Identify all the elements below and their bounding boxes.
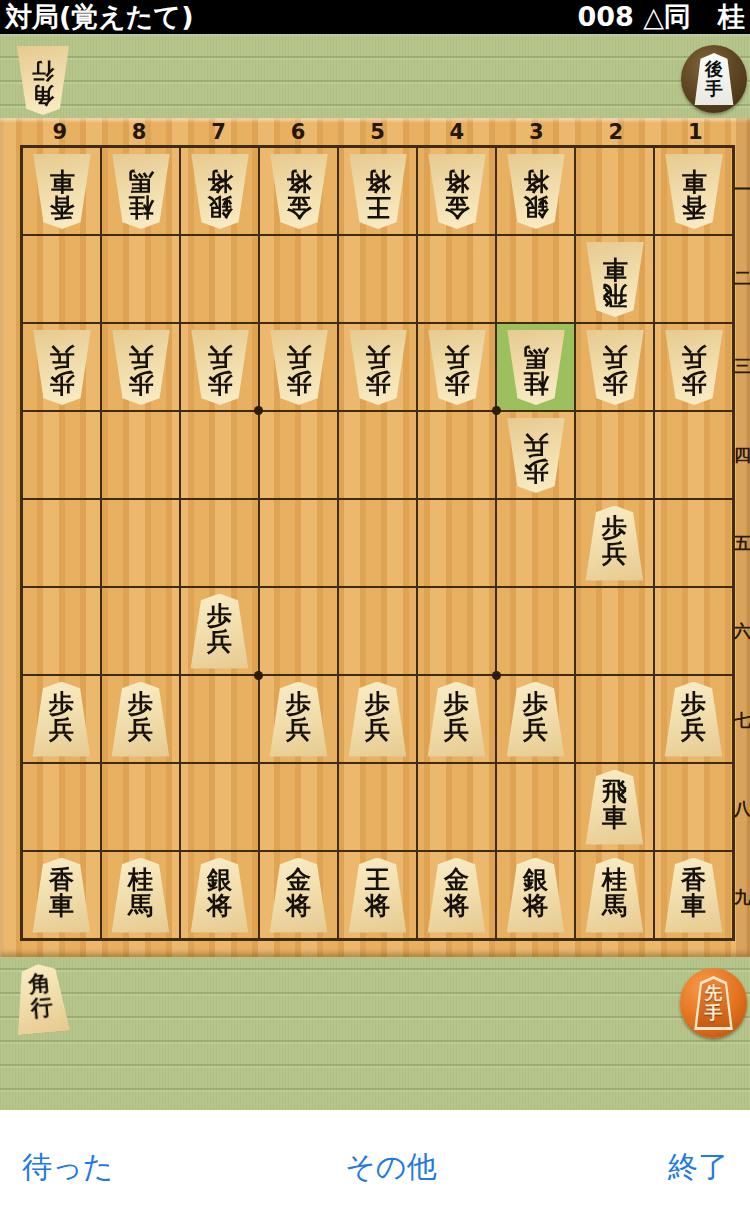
piece-kanji-char: 歩: [365, 370, 390, 396]
rank-label-2: 二: [734, 267, 750, 290]
sente-piece-歩兵-76[interactable]: 歩兵: [188, 594, 252, 669]
piece-kanji-char: 行: [32, 59, 54, 83]
piece-kanji-char: 飛: [602, 779, 627, 805]
gote-piece-桂馬-81[interactable]: 桂馬: [109, 154, 173, 229]
file-label-4: 4: [417, 120, 496, 144]
rank-label-5: 五: [734, 532, 750, 555]
square-4-9[interactable]: 金将: [417, 851, 496, 939]
piece-kanji-char: 香: [49, 867, 74, 893]
gote-piece-歩兵-63[interactable]: 歩兵: [267, 330, 331, 405]
gote-piece-香車-91[interactable]: 香車: [30, 154, 94, 229]
quit-button[interactable]: 終了: [668, 1147, 728, 1188]
app-screen: 対局(覚えたて) 008 △同 桂 角行 後手 角行 先手 987654321 …: [0, 0, 750, 1211]
gote-player-badge: 後手: [681, 45, 747, 113]
board-grid: 香車桂馬銀将金将王将金将銀将香車飛車歩兵歩兵歩兵歩兵歩兵歩兵桂馬歩兵歩兵歩兵歩兵…: [20, 145, 735, 941]
square-9-9[interactable]: 香車: [22, 851, 101, 939]
gote-hand-piece-bishop[interactable]: 角行: [14, 46, 72, 115]
piece-kanji-char: 後: [705, 59, 723, 79]
gote-piece-金将-41[interactable]: 金将: [425, 154, 489, 229]
square-1-2[interactable]: [654, 235, 733, 323]
square-8-1[interactable]: 桂馬: [101, 147, 180, 235]
piece-kanji-char: 兵: [523, 432, 548, 458]
undo-button[interactable]: 待った: [22, 1147, 113, 1188]
sente-piece-香車-19[interactable]: 香車: [662, 858, 726, 933]
square-9-6[interactable]: [22, 587, 101, 675]
square-6-6[interactable]: [259, 587, 338, 675]
piece-kanji-char: 香: [49, 194, 74, 220]
piece-kanji-char: 桂: [523, 370, 548, 396]
piece-kanji-char: 歩: [128, 691, 153, 717]
square-5-6[interactable]: [338, 587, 417, 675]
square-5-9[interactable]: 王将: [338, 851, 417, 939]
file-label-2: 2: [576, 120, 655, 144]
square-6-9[interactable]: 金将: [259, 851, 338, 939]
piece-kanji-char: 金: [444, 194, 469, 220]
piece-kanji-char: 銀: [523, 867, 548, 893]
piece-kanji-char: 兵: [365, 344, 390, 370]
piece-kanji-char: 兵: [365, 717, 390, 743]
square-2-3[interactable]: 歩兵: [575, 323, 654, 411]
file-labels-row: 987654321: [20, 120, 735, 144]
piece-kanji-char: 王: [365, 867, 390, 893]
piece-kanji-char: 歩: [365, 691, 390, 717]
square-5-2[interactable]: [338, 235, 417, 323]
square-1-5[interactable]: [654, 499, 733, 587]
piece-kanji-char: 金: [286, 194, 311, 220]
square-4-1[interactable]: 金将: [417, 147, 496, 235]
piece-kanji-char: 銀: [523, 194, 548, 220]
square-6-5[interactable]: [259, 499, 338, 587]
gote-piece-飛車-22[interactable]: 飛車: [583, 242, 647, 317]
square-7-1[interactable]: 銀将: [180, 147, 259, 235]
piece-kanji-char: 手: [705, 79, 723, 99]
gote-piece-銀将-71[interactable]: 銀将: [188, 154, 252, 229]
square-2-1[interactable]: [575, 147, 654, 235]
piece-kanji-char: 兵: [444, 717, 469, 743]
square-3-6[interactable]: [496, 587, 575, 675]
square-1-1[interactable]: 香車: [654, 147, 733, 235]
square-9-5[interactable]: [22, 499, 101, 587]
sente-hand-piece-bishop[interactable]: 角行: [9, 962, 73, 1036]
rank-label-8: 八: [734, 797, 750, 820]
gote-piece-金将-61[interactable]: 金将: [267, 154, 331, 229]
piece-kanji-char: 歩: [286, 691, 311, 717]
sente-piece-歩兵-25[interactable]: 歩兵: [583, 506, 647, 581]
square-6-2[interactable]: [259, 235, 338, 323]
piece-kanji-char: 飛: [602, 282, 627, 308]
piece-kanji-char: 王: [365, 194, 390, 220]
square-2-7[interactable]: [575, 675, 654, 763]
square-2-2[interactable]: 飛車: [575, 235, 654, 323]
piece-kanji-char: 行: [30, 995, 54, 1021]
gote-piece-香車-11[interactable]: 香車: [662, 154, 726, 229]
piece-kanji-char: 歩: [207, 603, 232, 629]
piece-kanji-char: 歩: [681, 370, 706, 396]
square-7-3[interactable]: 歩兵: [180, 323, 259, 411]
square-7-7[interactable]: [180, 675, 259, 763]
square-4-5[interactable]: [417, 499, 496, 587]
square-7-6[interactable]: 歩兵: [180, 587, 259, 675]
square-9-2[interactable]: [22, 235, 101, 323]
square-5-5[interactable]: [338, 499, 417, 587]
square-1-7[interactable]: 歩兵: [654, 675, 733, 763]
square-5-8[interactable]: [338, 763, 417, 851]
square-1-3[interactable]: 歩兵: [654, 323, 733, 411]
square-8-2[interactable]: [101, 235, 180, 323]
square-7-4[interactable]: [180, 411, 259, 499]
square-3-1[interactable]: 銀将: [496, 147, 575, 235]
square-4-3[interactable]: 歩兵: [417, 323, 496, 411]
square-7-9[interactable]: 銀将: [180, 851, 259, 939]
piece-kanji-char: 馬: [128, 168, 153, 194]
square-9-1[interactable]: 香車: [22, 147, 101, 235]
piece-kanji-char: 車: [49, 168, 74, 194]
piece-kanji-char: 車: [681, 168, 706, 194]
square-2-9[interactable]: 桂馬: [575, 851, 654, 939]
square-9-7[interactable]: 歩兵: [22, 675, 101, 763]
file-label-1: 1: [656, 120, 735, 144]
piece-kanji-char: 歩: [523, 691, 548, 717]
sente-piece-歩兵-67[interactable]: 歩兵: [267, 682, 331, 757]
sente-piece-銀将-39[interactable]: 銀将: [504, 858, 568, 933]
piece-kanji-char: 車: [49, 893, 74, 919]
sente-piece-銀将-79[interactable]: 銀将: [188, 858, 252, 933]
piece-kanji-char: 馬: [128, 893, 153, 919]
square-2-5[interactable]: 歩兵: [575, 499, 654, 587]
square-2-6[interactable]: [575, 587, 654, 675]
square-8-7[interactable]: 歩兵: [101, 675, 180, 763]
square-4-2[interactable]: [417, 235, 496, 323]
gote-badge-piece-shape: 後手: [693, 53, 735, 105]
square-5-1[interactable]: 王将: [338, 147, 417, 235]
piece-kanji-char: 桂: [128, 194, 153, 220]
square-6-7[interactable]: 歩兵: [259, 675, 338, 763]
piece-kanji-char: 歩: [602, 515, 627, 541]
square-7-8[interactable]: [180, 763, 259, 851]
piece-kanji-char: 兵: [681, 717, 706, 743]
piece-kanji-char: 歩: [286, 370, 311, 396]
file-label-3: 3: [497, 120, 576, 144]
square-6-4[interactable]: [259, 411, 338, 499]
square-8-3[interactable]: 歩兵: [101, 323, 180, 411]
piece-kanji-char: 兵: [602, 541, 627, 567]
sente-piece-香車-99[interactable]: 香車: [30, 858, 94, 933]
piece-kanji-char: 桂: [128, 867, 153, 893]
piece-kanji-char: 将: [523, 893, 548, 919]
file-label-5: 5: [338, 120, 417, 144]
piece-kanji-char: 将: [444, 893, 469, 919]
piece-kanji-char: 角: [32, 83, 54, 107]
piece-kanji-char: 歩: [602, 370, 627, 396]
piece-kanji-char: 兵: [523, 717, 548, 743]
square-8-5[interactable]: [101, 499, 180, 587]
rank-label-6: 六: [734, 620, 750, 643]
sente-piece-歩兵-37[interactable]: 歩兵: [504, 682, 568, 757]
square-3-9[interactable]: 銀将: [496, 851, 575, 939]
shogi-board: 987654321 香車桂馬銀将金将王将金将銀将香車飛車歩兵歩兵歩兵歩兵歩兵歩兵…: [0, 118, 750, 957]
square-3-3[interactable]: 桂馬: [496, 323, 575, 411]
piece-kanji-char: 将: [207, 168, 232, 194]
square-1-6[interactable]: [654, 587, 733, 675]
square-8-6[interactable]: [101, 587, 180, 675]
piece-kanji-char: 馬: [602, 893, 627, 919]
piece-kanji-char: 兵: [286, 344, 311, 370]
piece-kanji-char: 車: [681, 893, 706, 919]
piece-kanji-char: 歩: [49, 691, 74, 717]
toolbar-row: 待った その他 終了: [0, 1145, 750, 1189]
gote-piece-銀将-31[interactable]: 銀将: [504, 154, 568, 229]
gote-piece-歩兵-53[interactable]: 歩兵: [346, 330, 410, 405]
rank-label-4: 四: [734, 444, 750, 467]
square-4-8[interactable]: [417, 763, 496, 851]
rank-label-7: 七: [734, 709, 750, 732]
square-3-5[interactable]: [496, 499, 575, 587]
piece-kanji-char: 手: [705, 1003, 723, 1023]
move-counter-display: 008 △同 桂: [577, 0, 745, 35]
sente-piece-歩兵-57[interactable]: 歩兵: [346, 682, 410, 757]
sente-badge-piece-shape: 先手: [693, 976, 735, 1030]
sente-piece-桂馬-89[interactable]: 桂馬: [109, 858, 173, 933]
piece-kanji-char: 歩: [207, 370, 232, 396]
piece-kanji-char: 銀: [207, 867, 232, 893]
square-2-4[interactable]: [575, 411, 654, 499]
hoshi-dot: [254, 671, 263, 680]
file-label-6: 6: [258, 120, 337, 144]
piece-kanji-char: 歩: [444, 691, 469, 717]
square-1-9[interactable]: 香車: [654, 851, 733, 939]
piece-kanji-char: 歩: [49, 370, 74, 396]
piece-kanji-char: 歩: [444, 370, 469, 396]
piece-kanji-char: 兵: [602, 344, 627, 370]
sente-piece-金将-69[interactable]: 金将: [267, 858, 331, 933]
piece-kanji-char: 兵: [444, 344, 469, 370]
piece-kanji-char: 歩: [128, 370, 153, 396]
gote-piece-歩兵-83[interactable]: 歩兵: [109, 330, 173, 405]
gote-piece-歩兵-34[interactable]: 歩兵: [504, 418, 568, 493]
sente-piece-飛車-28[interactable]: 飛車: [583, 770, 647, 845]
square-8-9[interactable]: 桂馬: [101, 851, 180, 939]
gote-piece-歩兵-73[interactable]: 歩兵: [188, 330, 252, 405]
rank-label-1: 一: [734, 178, 750, 201]
sente-piece-歩兵-87[interactable]: 歩兵: [109, 682, 173, 757]
square-7-5[interactable]: [180, 499, 259, 587]
piece-kanji-char: 車: [602, 805, 627, 831]
piece-kanji-char: 兵: [49, 344, 74, 370]
square-5-3[interactable]: 歩兵: [338, 323, 417, 411]
piece-kanji-char: 兵: [128, 344, 153, 370]
piece-kanji-char: 車: [602, 256, 627, 282]
piece-kanji-char: 馬: [523, 344, 548, 370]
square-7-2[interactable]: [180, 235, 259, 323]
gote-piece-歩兵-23[interactable]: 歩兵: [583, 330, 647, 405]
gote-piece-歩兵-93[interactable]: 歩兵: [30, 330, 94, 405]
piece-kanji-char: 兵: [286, 717, 311, 743]
sente-piece-王将-59[interactable]: 王将: [346, 858, 410, 933]
sente-piece-歩兵-97[interactable]: 歩兵: [30, 682, 94, 757]
piece-kanji-char: 香: [681, 194, 706, 220]
square-3-4[interactable]: 歩兵: [496, 411, 575, 499]
sente-piece-歩兵-17[interactable]: 歩兵: [662, 682, 726, 757]
sente-piece-桂馬-29[interactable]: 桂馬: [583, 858, 647, 933]
gote-piece-桂馬-33[interactable]: 桂馬: [504, 330, 568, 405]
others-button[interactable]: その他: [345, 1147, 436, 1188]
square-9-8[interactable]: [22, 763, 101, 851]
square-6-1[interactable]: 金将: [259, 147, 338, 235]
gote-piece-歩兵-43[interactable]: 歩兵: [425, 330, 489, 405]
square-4-4[interactable]: [417, 411, 496, 499]
rank-label-9: 九: [734, 886, 750, 909]
hoshi-dot: [492, 406, 501, 415]
piece-kanji-char: 歩: [523, 458, 548, 484]
piece-kanji-char: 将: [286, 893, 311, 919]
piece-kanji-char: 金: [286, 867, 311, 893]
bottom-toolbar: 待った その他 終了: [0, 1110, 750, 1211]
square-3-7[interactable]: 歩兵: [496, 675, 575, 763]
square-3-8[interactable]: [496, 763, 575, 851]
square-3-2[interactable]: [496, 235, 575, 323]
piece-kanji-char: 兵: [128, 717, 153, 743]
gote-piece-歩兵-13[interactable]: 歩兵: [662, 330, 726, 405]
square-4-7[interactable]: 歩兵: [417, 675, 496, 763]
square-4-6[interactable]: [417, 587, 496, 675]
square-1-8[interactable]: [654, 763, 733, 851]
square-9-3[interactable]: 歩兵: [22, 323, 101, 411]
piece-kanji-char: 銀: [207, 194, 232, 220]
sente-player-badge: 先手: [680, 968, 747, 1038]
piece-kanji-char: 角: [28, 971, 52, 997]
sente-piece-金将-49[interactable]: 金将: [425, 858, 489, 933]
piece-kanji-char: 将: [365, 168, 390, 194]
square-6-8[interactable]: [259, 763, 338, 851]
square-2-8[interactable]: 飛車: [575, 763, 654, 851]
square-8-8[interactable]: [101, 763, 180, 851]
piece-kanji-char: 兵: [49, 717, 74, 743]
piece-kanji-char: 将: [365, 893, 390, 919]
file-label-7: 7: [179, 120, 258, 144]
piece-kanji-char: 香: [681, 867, 706, 893]
sente-piece-歩兵-47[interactable]: 歩兵: [425, 682, 489, 757]
status-bar: 対局(覚えたて) 008 △同 桂: [0, 0, 750, 34]
piece-kanji-char: 将: [523, 168, 548, 194]
square-5-4[interactable]: [338, 411, 417, 499]
hoshi-dot: [254, 406, 263, 415]
file-label-8: 8: [99, 120, 178, 144]
square-6-3[interactable]: 歩兵: [259, 323, 338, 411]
piece-kanji-char: 桂: [602, 867, 627, 893]
piece-kanji-char: 将: [286, 168, 311, 194]
square-1-4[interactable]: [654, 411, 733, 499]
square-5-7[interactable]: 歩兵: [338, 675, 417, 763]
square-9-4[interactable]: [22, 411, 101, 499]
piece-kanji-char: 将: [207, 893, 232, 919]
piece-kanji-char: 歩: [681, 691, 706, 717]
gote-piece-王将-51[interactable]: 王将: [346, 154, 410, 229]
rank-label-3: 三: [734, 355, 750, 378]
piece-kanji-char: 兵: [681, 344, 706, 370]
piece-kanji-char: 将: [444, 168, 469, 194]
file-label-9: 9: [20, 120, 99, 144]
square-8-4[interactable]: [101, 411, 180, 499]
piece-kanji-char: 金: [444, 867, 469, 893]
piece-kanji-char: 兵: [207, 344, 232, 370]
piece-kanji-char: 兵: [207, 629, 232, 655]
game-mode-title: 対局(覚えたて): [5, 0, 194, 35]
piece-kanji-char: 先: [705, 983, 723, 1003]
